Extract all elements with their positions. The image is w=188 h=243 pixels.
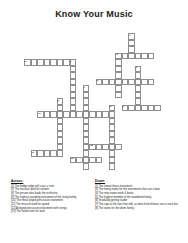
grid-cell[interactable] (57, 150, 64, 157)
clue-item: [13] The Italian term for loud (11, 210, 93, 213)
grid-cell[interactable] (135, 72, 142, 79)
grid-cell[interactable] (115, 92, 122, 99)
grid-cell[interactable] (57, 105, 64, 112)
cell-number: 6 (97, 79, 98, 82)
grid-cell[interactable] (83, 150, 90, 157)
grid-cell[interactable] (57, 144, 64, 151)
crossword-grid: 254691012111313768 (0, 0, 188, 180)
grid-cell[interactable] (148, 79, 155, 86)
grid-cell[interactable] (83, 105, 90, 112)
cell-number: 1 (129, 34, 130, 37)
cell-number: 5 (25, 60, 26, 63)
across-clue-list: [2] The bridge edge will cross a river[5… (11, 185, 93, 214)
cell-number: 11 (32, 151, 34, 154)
grid-cell[interactable] (128, 46, 135, 53)
cell-number: 12 (90, 144, 93, 147)
grid-cell[interactable]: 8 (109, 105, 116, 112)
grid-cell[interactable] (115, 72, 122, 79)
down-clue-list: [1] The lowest brass instrument[3] The f… (95, 185, 185, 210)
cell-number: 10 (38, 112, 41, 115)
cell-number: 13 (71, 157, 74, 160)
cell-number: 8 (110, 105, 111, 108)
grid-cell[interactable] (154, 105, 161, 112)
grid-cell[interactable] (115, 144, 122, 151)
grid-cell[interactable] (83, 163, 90, 170)
grid-cell[interactable] (109, 137, 116, 144)
cell-number: 7 (84, 86, 85, 89)
cell-number: 6 (58, 99, 59, 102)
worksheet-page: { "title": "Know Your Music", "game": "c… (0, 0, 188, 243)
grid-cell[interactable] (70, 105, 77, 112)
clue-item: [7] The sign at the start that tells us … (95, 203, 185, 206)
grid-cell[interactable] (109, 163, 116, 170)
down-clues-panel: Down: [1] The lowest brass instrument[3]… (95, 180, 185, 210)
cell-number: 2 (116, 53, 117, 56)
across-clues-panel: Across: [2] The bridge edge will cross a… (11, 180, 93, 214)
grid-cell[interactable] (135, 98, 142, 105)
down-header: Down: (95, 180, 185, 184)
clue-item: [8] The name for the drum family (95, 207, 185, 210)
cell-number: 9 (123, 105, 124, 108)
across-header: Across: (11, 180, 93, 184)
cell-number: 3 (136, 66, 137, 69)
grid-cell[interactable] (148, 53, 155, 60)
cell-number: 4 (71, 60, 72, 63)
grid-cell[interactable] (96, 157, 103, 164)
